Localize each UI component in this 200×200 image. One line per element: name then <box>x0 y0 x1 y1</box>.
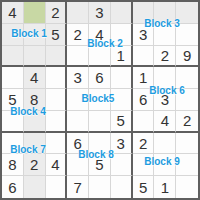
cell-r7c8[interactable] <box>154 133 176 155</box>
cell-r9c4[interactable]: 7 <box>67 176 89 198</box>
cell-r3c3[interactable] <box>46 46 68 68</box>
cell-r9c5[interactable] <box>89 176 111 198</box>
digit: 6 <box>8 179 16 196</box>
cell-r2c2[interactable] <box>24 24 46 46</box>
cell-r2c6[interactable] <box>111 24 133 46</box>
cell-r1c6[interactable] <box>111 2 133 24</box>
digit: 3 <box>117 135 125 152</box>
cell-r2c3[interactable]: 5 <box>46 24 68 46</box>
digit: 4 <box>51 156 59 173</box>
cell-r7c4[interactable]: 6 <box>67 133 89 155</box>
cell-r7c1[interactable] <box>2 133 24 155</box>
digit: 7 <box>74 179 82 196</box>
cell-r5c1[interactable]: 5 <box>2 89 24 111</box>
cell-r4c1[interactable] <box>2 67 24 89</box>
digit: 2 <box>30 156 38 173</box>
digit: 3 <box>74 69 82 86</box>
cell-r9c2[interactable] <box>24 176 46 198</box>
sudoku-app: 42352431294361586354263282456751 Block 1… <box>0 0 200 200</box>
cell-r8c5[interactable]: 5 <box>89 154 111 176</box>
cell-r1c7[interactable] <box>133 2 155 24</box>
cell-r4c4[interactable]: 3 <box>67 67 89 89</box>
digit: 1 <box>139 69 147 86</box>
cell-r6c1[interactable] <box>2 111 24 133</box>
cell-r5c5[interactable] <box>89 89 111 111</box>
cell-r9c7[interactable]: 5 <box>133 176 155 198</box>
digit: 8 <box>8 156 16 173</box>
cell-r5c6[interactable] <box>111 89 133 111</box>
cell-r2c8[interactable] <box>154 24 176 46</box>
cell-r5c7[interactable]: 6 <box>133 89 155 111</box>
cell-r2c9[interactable] <box>176 24 198 46</box>
cell-r1c4[interactable] <box>67 2 89 24</box>
cell-r6c2[interactable] <box>24 111 46 133</box>
cell-r7c3[interactable] <box>46 133 68 155</box>
cell-r4c9[interactable] <box>176 67 198 89</box>
digit: 3 <box>139 26 147 43</box>
cell-r2c7[interactable]: 3 <box>133 24 155 46</box>
cell-r5c2[interactable]: 8 <box>24 89 46 111</box>
cell-r4c3[interactable] <box>46 67 68 89</box>
cell-r4c6[interactable] <box>111 67 133 89</box>
digit: 2 <box>74 26 82 43</box>
cell-r7c7[interactable]: 2 <box>133 133 155 155</box>
cell-r9c6[interactable] <box>111 176 133 198</box>
cell-r6c5[interactable] <box>89 111 111 133</box>
cell-r4c5[interactable]: 6 <box>89 67 111 89</box>
digit: 1 <box>161 179 169 196</box>
cell-r6c3[interactable] <box>46 111 68 133</box>
cell-r8c8[interactable] <box>154 154 176 176</box>
cell-r9c8[interactable]: 1 <box>154 176 176 198</box>
cell-r3c8[interactable]: 2 <box>154 46 176 68</box>
cell-r6c8[interactable]: 4 <box>154 111 176 133</box>
cell-r9c1[interactable]: 6 <box>2 176 24 198</box>
cell-r8c6[interactable] <box>111 154 133 176</box>
digit: 5 <box>51 26 59 43</box>
digit: 4 <box>8 4 16 21</box>
cell-r1c1[interactable]: 4 <box>2 2 24 24</box>
digit: 6 <box>95 69 103 86</box>
digit: 4 <box>30 69 38 86</box>
digit: 4 <box>95 26 103 43</box>
cell-r1c8[interactable] <box>154 2 176 24</box>
cell-r9c3[interactable] <box>46 176 68 198</box>
cell-r5c4[interactable] <box>67 89 89 111</box>
cell-r3c6[interactable]: 1 <box>111 46 133 68</box>
digit: 2 <box>51 4 59 21</box>
cell-r1c5[interactable]: 3 <box>89 2 111 24</box>
cell-r3c7[interactable] <box>133 46 155 68</box>
digit: 6 <box>74 135 82 152</box>
cell-r6c6[interactable]: 5 <box>111 111 133 133</box>
digit: 5 <box>95 156 103 173</box>
digit: 8 <box>30 91 38 108</box>
digit: 1 <box>117 47 125 64</box>
digit: 5 <box>117 112 125 129</box>
digit: 2 <box>139 135 147 152</box>
cell-r3c5[interactable] <box>89 46 111 68</box>
digit: 4 <box>161 112 169 129</box>
digit: 3 <box>161 91 169 108</box>
cell-r6c7[interactable] <box>133 111 155 133</box>
cell-r5c3[interactable] <box>46 89 68 111</box>
cell-r8c1[interactable]: 8 <box>2 154 24 176</box>
digit: 2 <box>183 112 191 129</box>
cell-r3c4[interactable] <box>67 46 89 68</box>
cell-r8c9[interactable] <box>176 154 198 176</box>
cell-r8c7[interactable] <box>133 154 155 176</box>
cell-r7c2[interactable] <box>24 133 46 155</box>
cell-r7c5[interactable] <box>89 133 111 155</box>
cell-r9c9[interactable] <box>176 176 198 198</box>
cell-r3c1[interactable] <box>2 46 24 68</box>
cell-r1c2[interactable] <box>24 2 46 24</box>
cell-r7c9[interactable] <box>176 133 198 155</box>
cell-r4c2[interactable]: 4 <box>24 67 46 89</box>
cell-r1c3[interactable]: 2 <box>46 2 68 24</box>
cell-r8c4[interactable] <box>67 154 89 176</box>
digit: 2 <box>161 47 169 64</box>
digit: 9 <box>183 47 191 64</box>
digit: 6 <box>139 91 147 108</box>
cell-r1c9[interactable] <box>176 2 198 24</box>
cell-r5c8[interactable]: 3 <box>154 89 176 111</box>
cell-r6c4[interactable] <box>67 111 89 133</box>
cell-r4c7[interactable]: 1 <box>133 67 155 89</box>
cell-r8c3[interactable]: 4 <box>46 154 68 176</box>
cell-r3c2[interactable] <box>24 46 46 68</box>
cell-r5c9[interactable] <box>176 89 198 111</box>
cell-r8c2[interactable]: 2 <box>24 154 46 176</box>
cell-r2c5[interactable]: 4 <box>89 24 111 46</box>
cell-r2c4[interactable]: 2 <box>67 24 89 46</box>
cell-r3c9[interactable]: 9 <box>176 46 198 68</box>
digit: 5 <box>139 179 147 196</box>
sudoku-board: 42352431294361586354263282456751 <box>0 0 200 200</box>
cell-r2c1[interactable] <box>2 24 24 46</box>
cell-r7c6[interactable]: 3 <box>111 133 133 155</box>
cell-r4c8[interactable] <box>154 67 176 89</box>
digit: 3 <box>95 4 103 21</box>
digit: 5 <box>8 91 16 108</box>
cell-r6c9[interactable]: 2 <box>176 111 198 133</box>
